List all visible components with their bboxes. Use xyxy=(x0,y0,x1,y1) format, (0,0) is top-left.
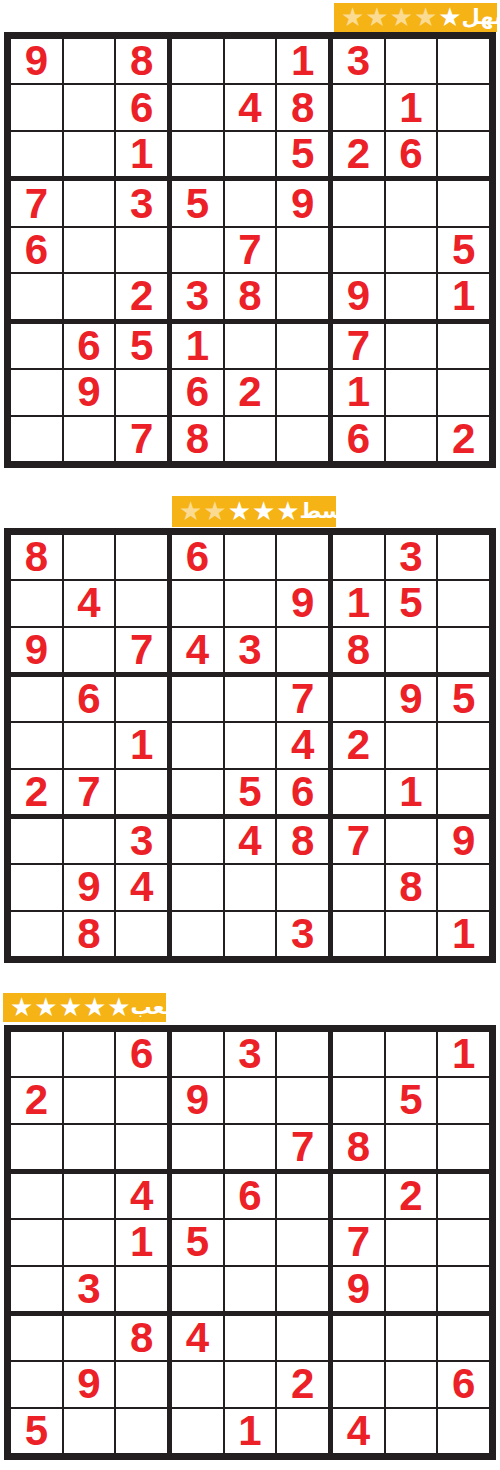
sudoku-cell-r8c2: 9 xyxy=(64,1362,115,1406)
sudoku-cell-r4c6: 7 xyxy=(277,677,328,721)
sudoku-cell-r5c5: 7 xyxy=(225,228,276,272)
sudoku-cell-r8c7[interactable] xyxy=(333,1362,384,1406)
sudoku-cell-r1c7: 3 xyxy=(333,39,384,83)
sudoku-cell-r1c6[interactable] xyxy=(277,1032,328,1076)
sudoku-cell-r7c8[interactable] xyxy=(386,324,437,368)
sudoku-cell-r1c4[interactable] xyxy=(172,1032,223,1076)
sudoku-cell-r6c8[interactable] xyxy=(386,1267,437,1311)
sudoku-cell-r4c1[interactable] xyxy=(11,1174,62,1218)
sudoku-cell-r7c6[interactable] xyxy=(277,324,328,368)
sudoku-cell-r3c1[interactable] xyxy=(11,1125,62,1169)
sudoku-cell-r4c5[interactable] xyxy=(225,181,276,225)
sudoku-cell-r3c4: 4 xyxy=(172,628,223,672)
sudoku-cell-r7c9[interactable] xyxy=(438,1316,489,1360)
sudoku-cell-r8c1[interactable] xyxy=(11,370,62,414)
sudoku-cell-r3c3: 1 xyxy=(116,132,167,176)
sudoku-cell-r9c8[interactable] xyxy=(386,417,437,461)
sudoku-cell-r5c5[interactable] xyxy=(225,1220,276,1264)
sudoku-cell-r6c4: 3 xyxy=(172,274,223,318)
sudoku-cell-r5c6[interactable] xyxy=(277,228,328,272)
star-icon: ★ xyxy=(390,4,413,30)
sudoku-cell-r9c3: 7 xyxy=(116,417,167,461)
sudoku-box: 7362 xyxy=(11,181,167,318)
sudoku-cell-r9c4[interactable] xyxy=(172,1409,223,1453)
sudoku-box: 158 xyxy=(333,1032,489,1169)
sudoku-cell-r4c3: 3 xyxy=(116,181,167,225)
sudoku-cell-r9c7: 4 xyxy=(333,1409,384,1453)
sudoku-cell-r3c2[interactable] xyxy=(64,1125,115,1169)
sudoku-cell-r7c3: 8 xyxy=(116,1316,167,1360)
sudoku-cell-r1c9[interactable] xyxy=(438,535,489,579)
sudoku-cell-r9c8[interactable] xyxy=(386,1409,437,1453)
sudoku-cell-r5c6: 4 xyxy=(277,723,328,767)
sudoku-cell-r1c8[interactable] xyxy=(386,1032,437,1076)
difficulty-label-hard: صعب xyxy=(131,997,185,1018)
sudoku-cell-r6c2[interactable] xyxy=(64,274,115,318)
sudoku-cell-r2c5[interactable] xyxy=(225,1078,276,1122)
sudoku-cell-r8c7[interactable] xyxy=(333,865,384,909)
sudoku-box: 6943 xyxy=(172,535,328,672)
sudoku-cell-r7c5[interactable] xyxy=(225,324,276,368)
sudoku-cell-r5c1[interactable] xyxy=(11,723,62,767)
sudoku-cell-r6c2: 3 xyxy=(64,1267,115,1311)
sudoku-box: 7981 xyxy=(333,819,489,956)
sudoku-cell-r8c5[interactable] xyxy=(225,1362,276,1406)
sudoku-cell-r2c6: 8 xyxy=(277,85,328,129)
sudoku-cell-r9c9[interactable] xyxy=(438,1409,489,1453)
sudoku-cell-r5c9: 5 xyxy=(438,228,489,272)
sudoku-cell-r8c1[interactable] xyxy=(11,865,62,909)
sudoku-cell-r5c5[interactable] xyxy=(225,723,276,767)
sudoku-cell-r5c8[interactable] xyxy=(386,228,437,272)
sudoku-cell-r7c4: 4 xyxy=(172,1316,223,1360)
sudoku-cell-r2c5[interactable] xyxy=(225,581,276,625)
sudoku-cell-r6c2: 7 xyxy=(64,770,115,814)
sudoku-cell-r2c7: 1 xyxy=(333,581,384,625)
difficulty-banner-medium: ★★★★★ وسط xyxy=(172,496,336,527)
sudoku-cell-r3c4[interactable] xyxy=(172,132,223,176)
sudoku-cell-r7c3: 3 xyxy=(116,819,167,863)
sudoku-cell-r3c5: 3 xyxy=(225,628,276,672)
sudoku-cell-r4c3: 4 xyxy=(116,1174,167,1218)
star-icon: ★ xyxy=(438,4,461,30)
sudoku-cell-r9c6: 3 xyxy=(277,912,328,956)
sudoku-cell-r7c2[interactable] xyxy=(64,1316,115,1360)
sudoku-cell-r6c4[interactable] xyxy=(172,1267,223,1311)
sudoku-box: 483 xyxy=(172,819,328,956)
sudoku-cell-r1c9[interactable] xyxy=(438,39,489,83)
sudoku-cell-r1c2[interactable] xyxy=(64,39,115,83)
sudoku-cell-r6c3[interactable] xyxy=(116,1267,167,1311)
sudoku-box: 421 xyxy=(172,1316,328,1453)
sudoku-cell-r2c8: 5 xyxy=(386,581,437,625)
sudoku-cell-r9c5[interactable] xyxy=(225,912,276,956)
sudoku-cell-r4c1: 7 xyxy=(11,181,62,225)
star-rating-hard: ★★★★★ xyxy=(10,996,131,1020)
sudoku-box: 3158 xyxy=(333,535,489,672)
sudoku-cell-r3c8[interactable] xyxy=(386,1125,437,1169)
sudoku-cell-r2c2: 4 xyxy=(64,581,115,625)
sudoku-cell-r1c9: 1 xyxy=(438,1032,489,1076)
sudoku-cell-r7c6[interactable] xyxy=(277,1316,328,1360)
sudoku-cell-r4c7[interactable] xyxy=(333,181,384,225)
sudoku-cell-r5c7[interactable] xyxy=(333,228,384,272)
sudoku-cell-r3c7: 8 xyxy=(333,628,384,672)
sudoku-cell-r9c1[interactable] xyxy=(11,417,62,461)
sudoku-cell-r7c5: 4 xyxy=(225,819,276,863)
star-icon: ★ xyxy=(179,498,202,524)
sudoku-cell-r4c8: 9 xyxy=(386,677,437,721)
sudoku-cell-r6c9[interactable] xyxy=(438,770,489,814)
star-icon: ★ xyxy=(59,994,82,1020)
sudoku-cell-r7c5[interactable] xyxy=(225,1316,276,1360)
sudoku-cell-r8c3: 4 xyxy=(116,865,167,909)
sudoku-cell-r5c4[interactable] xyxy=(172,723,223,767)
sudoku-cell-r4c8[interactable] xyxy=(386,181,437,225)
sudoku-cell-r5c7: 2 xyxy=(333,723,384,767)
sudoku-cell-r2c9[interactable] xyxy=(438,1078,489,1122)
sudoku-box: 1485 xyxy=(172,39,328,176)
sudoku-cell-r3c8: 6 xyxy=(386,132,437,176)
sudoku-cell-r5c3[interactable] xyxy=(116,228,167,272)
sudoku-cell-r5c1: 6 xyxy=(11,228,62,272)
sudoku-box: 59738 xyxy=(172,181,328,318)
sudoku-box: 64 xyxy=(333,1316,489,1453)
sudoku-cell-r2c1[interactable] xyxy=(11,581,62,625)
sudoku-cell-r8c6[interactable] xyxy=(277,370,328,414)
sudoku-cell-r2c3[interactable] xyxy=(116,1078,167,1122)
sudoku-cell-r1c1: 9 xyxy=(11,39,62,83)
sudoku-cell-r8c9: 6 xyxy=(438,1362,489,1406)
sudoku-cell-r3c9[interactable] xyxy=(438,1125,489,1169)
sudoku-cell-r9c2: 8 xyxy=(64,912,115,956)
star-icon: ★ xyxy=(83,994,106,1020)
sudoku-cell-r6c1: 2 xyxy=(11,770,62,814)
sudoku-box: 9521 xyxy=(333,677,489,814)
star-icon: ★ xyxy=(107,994,130,1020)
star-icon: ★ xyxy=(276,498,299,524)
sudoku-cell-r6c8: 1 xyxy=(386,770,437,814)
sudoku-box: 6127 xyxy=(11,677,167,814)
sudoku-cell-r1c3[interactable] xyxy=(116,535,167,579)
star-icon: ★ xyxy=(10,994,33,1020)
sudoku-cell-r4c7[interactable] xyxy=(333,1174,384,1218)
sudoku-cell-r1c8: 3 xyxy=(386,535,437,579)
sudoku-cell-r5c9[interactable] xyxy=(438,723,489,767)
sudoku-cell-r9c5[interactable] xyxy=(225,417,276,461)
sudoku-cell-r1c7[interactable] xyxy=(333,1032,384,1076)
star-icon: ★ xyxy=(341,4,364,30)
sudoku-cell-r4c8: 2 xyxy=(386,1174,437,1218)
sudoku-cell-r2c6[interactable] xyxy=(277,1078,328,1122)
sudoku-cell-r2c1[interactable] xyxy=(11,85,62,129)
sudoku-cell-r9c3[interactable] xyxy=(116,912,167,956)
sudoku-cell-r7c7[interactable] xyxy=(333,1316,384,1360)
sudoku-cell-r6c5: 5 xyxy=(225,770,276,814)
sudoku-cell-r7c1[interactable] xyxy=(11,1316,62,1360)
sudoku-cell-r1c5[interactable] xyxy=(225,535,276,579)
sudoku-cell-r6c8[interactable] xyxy=(386,274,437,318)
sudoku-cell-r9c5: 1 xyxy=(225,1409,276,1453)
sudoku-cell-r4c3[interactable] xyxy=(116,677,167,721)
sudoku-box: 62 xyxy=(11,1032,167,1169)
sudoku-cell-r5c9[interactable] xyxy=(438,1220,489,1264)
sudoku-cell-r5c2[interactable] xyxy=(64,723,115,767)
sudoku-cell-r1c4[interactable] xyxy=(172,39,223,83)
sudoku-cell-r6c1[interactable] xyxy=(11,1267,62,1311)
sudoku-cell-r4c5: 6 xyxy=(225,1174,276,1218)
sudoku-cell-r1c6[interactable] xyxy=(277,535,328,579)
sudoku-cell-r8c5[interactable] xyxy=(225,865,276,909)
sudoku-grid-medium: 84976943315861277456952139484837981 xyxy=(4,528,496,963)
sudoku-cell-r1c3: 8 xyxy=(116,39,167,83)
sudoku-cell-r9c7: 6 xyxy=(333,417,384,461)
sudoku-cell-r8c5: 2 xyxy=(225,370,276,414)
sudoku-cell-r1c1: 8 xyxy=(11,535,62,579)
sudoku-grid-easy: 986114853126736259738591659716287162 xyxy=(4,32,496,468)
sudoku-cell-r7c2: 6 xyxy=(64,324,115,368)
sudoku-puzzles-page: ★★★★★ سهل 986114853126736259738591659716… xyxy=(0,0,500,1470)
sudoku-cell-r5c8[interactable] xyxy=(386,723,437,767)
sudoku-cell-r8c8: 8 xyxy=(386,865,437,909)
sudoku-cell-r5c2[interactable] xyxy=(64,1220,115,1264)
sudoku-cell-r6c3: 2 xyxy=(116,274,167,318)
sudoku-cell-r3c9[interactable] xyxy=(438,132,489,176)
sudoku-box: 7456 xyxy=(172,677,328,814)
sudoku-cell-r6c9: 1 xyxy=(438,274,489,318)
sudoku-cell-r7c6: 8 xyxy=(277,819,328,863)
sudoku-cell-r8c1[interactable] xyxy=(11,1362,62,1406)
sudoku-cell-r8c3[interactable] xyxy=(116,1362,167,1406)
sudoku-cell-r9c4[interactable] xyxy=(172,912,223,956)
sudoku-cell-r3c5[interactable] xyxy=(225,132,276,176)
sudoku-box: 65 xyxy=(172,1174,328,1311)
sudoku-cell-r2c6: 9 xyxy=(277,581,328,625)
sudoku-cell-r1c6: 1 xyxy=(277,39,328,83)
sudoku-cell-r6c1[interactable] xyxy=(11,274,62,318)
sudoku-cell-r4c2[interactable] xyxy=(64,181,115,225)
sudoku-cell-r2c4[interactable] xyxy=(172,85,223,129)
sudoku-cell-r8c2: 9 xyxy=(64,370,115,414)
sudoku-cell-r5c6[interactable] xyxy=(277,1220,328,1264)
sudoku-cell-r9c7[interactable] xyxy=(333,912,384,956)
sudoku-cell-r7c1[interactable] xyxy=(11,324,62,368)
sudoku-cell-r7c4[interactable] xyxy=(172,819,223,863)
sudoku-cell-r8c8[interactable] xyxy=(386,1362,437,1406)
difficulty-banner-hard: ★★★★★ صعب xyxy=(3,993,166,1022)
sudoku-cell-r4c6[interactable] xyxy=(277,1174,328,1218)
sudoku-cell-r4c2[interactable] xyxy=(64,1174,115,1218)
sudoku-cell-r7c8[interactable] xyxy=(386,819,437,863)
sudoku-cell-r6c5[interactable] xyxy=(225,1267,276,1311)
sudoku-cell-r4c9[interactable] xyxy=(438,1174,489,1218)
sudoku-cell-r5c1[interactable] xyxy=(11,1220,62,1264)
sudoku-cell-r2c7[interactable] xyxy=(333,85,384,129)
sudoku-cell-r8c6: 2 xyxy=(277,1362,328,1406)
sudoku-cell-r3c3: 7 xyxy=(116,628,167,672)
sudoku-cell-r3c2[interactable] xyxy=(64,132,115,176)
sudoku-box: 397 xyxy=(172,1032,328,1169)
sudoku-cell-r3c7: 2 xyxy=(333,132,384,176)
sudoku-cell-r2c2[interactable] xyxy=(64,1078,115,1122)
sudoku-cell-r2c3[interactable] xyxy=(116,581,167,625)
sudoku-cell-r3c2[interactable] xyxy=(64,628,115,672)
sudoku-cell-r4c5[interactable] xyxy=(225,677,276,721)
sudoku-cell-r5c4[interactable] xyxy=(172,228,223,272)
sudoku-cell-r1c5[interactable] xyxy=(225,39,276,83)
sudoku-cell-r3c3[interactable] xyxy=(116,1125,167,1169)
sudoku-cell-r8c3[interactable] xyxy=(116,370,167,414)
sudoku-cell-r1c3: 6 xyxy=(116,1032,167,1076)
sudoku-cell-r8c4: 6 xyxy=(172,370,223,414)
sudoku-cell-r3c6: 5 xyxy=(277,132,328,176)
sudoku-cell-r5c8[interactable] xyxy=(386,1220,437,1264)
sudoku-cell-r9c2[interactable] xyxy=(64,417,115,461)
sudoku-cell-r5c3: 1 xyxy=(116,1220,167,1264)
sudoku-cell-r1c5: 3 xyxy=(225,1032,276,1076)
sudoku-cell-r1c8[interactable] xyxy=(386,39,437,83)
sudoku-cell-r1c2[interactable] xyxy=(64,1032,115,1076)
sudoku-cell-r4c4[interactable] xyxy=(172,677,223,721)
sudoku-cell-r9c1: 5 xyxy=(11,1409,62,1453)
sudoku-cell-r9c6[interactable] xyxy=(277,417,328,461)
sudoku-cell-r4c7[interactable] xyxy=(333,677,384,721)
sudoku-cell-r2c7[interactable] xyxy=(333,1078,384,1122)
star-icon: ★ xyxy=(228,498,251,524)
sudoku-cell-r3c1[interactable] xyxy=(11,132,62,176)
difficulty-label-medium: وسط xyxy=(300,501,356,522)
sudoku-cell-r8c7: 1 xyxy=(333,370,384,414)
sudoku-cell-r7c9[interactable] xyxy=(438,324,489,368)
sudoku-cell-r8c6[interactable] xyxy=(277,865,328,909)
sudoku-box: 8497 xyxy=(11,535,167,672)
sudoku-cell-r6c7: 9 xyxy=(333,1267,384,1311)
sudoku-cell-r2c8: 1 xyxy=(386,85,437,129)
sudoku-cell-r8c4[interactable] xyxy=(172,865,223,909)
sudoku-cell-r6c4[interactable] xyxy=(172,770,223,814)
sudoku-cell-r6c3[interactable] xyxy=(116,770,167,814)
sudoku-cell-r1c7[interactable] xyxy=(333,535,384,579)
sudoku-cell-r8c9[interactable] xyxy=(438,865,489,909)
star-icon: ★ xyxy=(203,498,226,524)
sudoku-cell-r9c1[interactable] xyxy=(11,912,62,956)
sudoku-cell-r7c1[interactable] xyxy=(11,819,62,863)
star-rating-medium: ★★★★★ xyxy=(179,500,300,524)
sudoku-box: 1628 xyxy=(172,324,328,461)
sudoku-box: 413 xyxy=(11,1174,167,1311)
sudoku-cell-r3c9[interactable] xyxy=(438,628,489,672)
sudoku-grid-hard: 623971584136527989542164 xyxy=(4,1025,496,1460)
sudoku-cell-r2c4[interactable] xyxy=(172,581,223,625)
sudoku-cell-r3c1: 9 xyxy=(11,628,62,672)
star-icon: ★ xyxy=(34,994,57,1020)
sudoku-cell-r9c8[interactable] xyxy=(386,912,437,956)
sudoku-box: 3126 xyxy=(333,39,489,176)
sudoku-cell-r6c6[interactable] xyxy=(277,274,328,318)
sudoku-cell-r4c9[interactable] xyxy=(438,181,489,225)
sudoku-cell-r3c7: 8 xyxy=(333,1125,384,1169)
sudoku-cell-r5c7: 7 xyxy=(333,1220,384,1264)
sudoku-cell-r7c8[interactable] xyxy=(386,1316,437,1360)
sudoku-box: 7162 xyxy=(333,324,489,461)
sudoku-cell-r3c4[interactable] xyxy=(172,1125,223,1169)
star-rating-easy: ★★★★★ xyxy=(341,6,462,30)
sudoku-cell-r2c8: 5 xyxy=(386,1078,437,1122)
sudoku-cell-r7c2[interactable] xyxy=(64,819,115,863)
sudoku-cell-r2c9[interactable] xyxy=(438,85,489,129)
sudoku-cell-r7c7: 7 xyxy=(333,324,384,368)
sudoku-cell-r7c9: 9 xyxy=(438,819,489,863)
sudoku-cell-r4c6: 9 xyxy=(277,181,328,225)
sudoku-cell-r1c4: 6 xyxy=(172,535,223,579)
sudoku-cell-r9c9: 1 xyxy=(438,912,489,956)
sudoku-cell-r5c4: 5 xyxy=(172,1220,223,1264)
sudoku-cell-r9c3[interactable] xyxy=(116,1409,167,1453)
sudoku-cell-r9c4: 8 xyxy=(172,417,223,461)
difficulty-banner-easy: ★★★★★ سهل xyxy=(334,3,497,32)
sudoku-cell-r2c4: 9 xyxy=(172,1078,223,1122)
sudoku-cell-r7c7: 7 xyxy=(333,819,384,863)
sudoku-cell-r8c4[interactable] xyxy=(172,1362,223,1406)
sudoku-cell-r6c7[interactable] xyxy=(333,770,384,814)
sudoku-cell-r3c5[interactable] xyxy=(225,1125,276,1169)
star-icon: ★ xyxy=(414,4,437,30)
sudoku-cell-r5c3: 1 xyxy=(116,723,167,767)
sudoku-cell-r4c1[interactable] xyxy=(11,677,62,721)
sudoku-cell-r8c9[interactable] xyxy=(438,370,489,414)
sudoku-cell-r3c6[interactable] xyxy=(277,628,328,672)
star-icon: ★ xyxy=(365,4,388,30)
sudoku-cell-r7c4: 1 xyxy=(172,324,223,368)
sudoku-cell-r2c9[interactable] xyxy=(438,581,489,625)
star-icon: ★ xyxy=(252,498,275,524)
sudoku-cell-r7c3: 5 xyxy=(116,324,167,368)
sudoku-cell-r3c8[interactable] xyxy=(386,628,437,672)
sudoku-cell-r5c2[interactable] xyxy=(64,228,115,272)
sudoku-cell-r2c1: 2 xyxy=(11,1078,62,1122)
sudoku-cell-r8c8[interactable] xyxy=(386,370,437,414)
sudoku-box: 591 xyxy=(333,181,489,318)
sudoku-cell-r9c2[interactable] xyxy=(64,1409,115,1453)
sudoku-cell-r2c3: 6 xyxy=(116,85,167,129)
sudoku-cell-r3c6: 7 xyxy=(277,1125,328,1169)
sudoku-box: 3948 xyxy=(11,819,167,956)
sudoku-cell-r4c4[interactable] xyxy=(172,1174,223,1218)
sudoku-cell-r6c6: 6 xyxy=(277,770,328,814)
sudoku-cell-r1c1[interactable] xyxy=(11,1032,62,1076)
sudoku-box: 9861 xyxy=(11,39,167,176)
sudoku-cell-r8c2: 9 xyxy=(64,865,115,909)
sudoku-cell-r2c5: 4 xyxy=(225,85,276,129)
sudoku-cell-r4c9: 5 xyxy=(438,677,489,721)
sudoku-cell-r6c7: 9 xyxy=(333,274,384,318)
sudoku-box: 6597 xyxy=(11,324,167,461)
difficulty-label-easy: سهل xyxy=(462,7,500,28)
sudoku-cell-r4c4: 5 xyxy=(172,181,223,225)
sudoku-cell-r6c5: 8 xyxy=(225,274,276,318)
sudoku-cell-r6c6[interactable] xyxy=(277,1267,328,1311)
sudoku-box: 279 xyxy=(333,1174,489,1311)
sudoku-cell-r9c9: 2 xyxy=(438,417,489,461)
sudoku-cell-r6c9[interactable] xyxy=(438,1267,489,1311)
sudoku-box: 895 xyxy=(11,1316,167,1453)
sudoku-cell-r4c2: 6 xyxy=(64,677,115,721)
sudoku-cell-r9c6[interactable] xyxy=(277,1409,328,1453)
sudoku-cell-r1c2[interactable] xyxy=(64,535,115,579)
sudoku-cell-r2c2[interactable] xyxy=(64,85,115,129)
